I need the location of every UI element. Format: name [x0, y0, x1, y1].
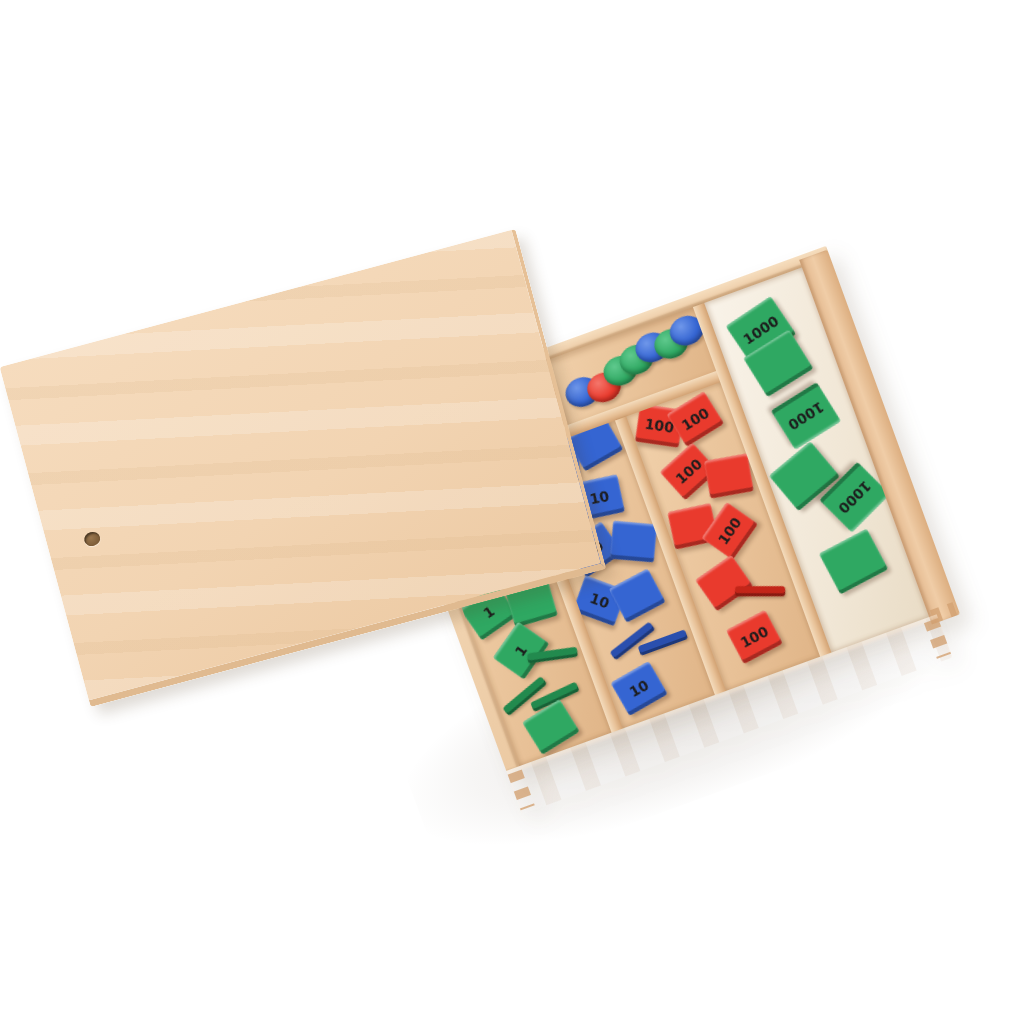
tile-10[interactable]	[610, 520, 657, 562]
tile-1000[interactable]	[819, 528, 888, 594]
tile-number-label: 10	[627, 676, 652, 700]
finger-joints	[924, 618, 951, 659]
tile-100[interactable]	[735, 586, 785, 596]
tile-number-label: 10	[587, 590, 611, 612]
tile-100[interactable]	[704, 453, 754, 498]
tile-10[interactable]: 10	[611, 661, 668, 716]
tile-number-label: 1000	[835, 478, 874, 517]
tile-number-label: 100	[715, 515, 745, 548]
tile-number-label: 1	[480, 603, 497, 622]
tile-1000[interactable]: 1000	[771, 382, 841, 450]
tile-number-label: 1000	[786, 399, 828, 433]
tile-100[interactable]: 100	[726, 610, 783, 664]
tile-1[interactable]: 1	[493, 622, 549, 680]
tile-number-label: 100	[738, 623, 771, 651]
tile-number-label: 100	[679, 405, 712, 434]
lid-finger-hole	[83, 530, 102, 548]
tile-number-label: 100	[673, 456, 705, 487]
product-photo-scene: 11111 101010101010 100100100100100 10001…	[0, 0, 1024, 1024]
tile-number-label: 10	[588, 488, 610, 508]
tile-100[interactable]	[695, 555, 753, 611]
